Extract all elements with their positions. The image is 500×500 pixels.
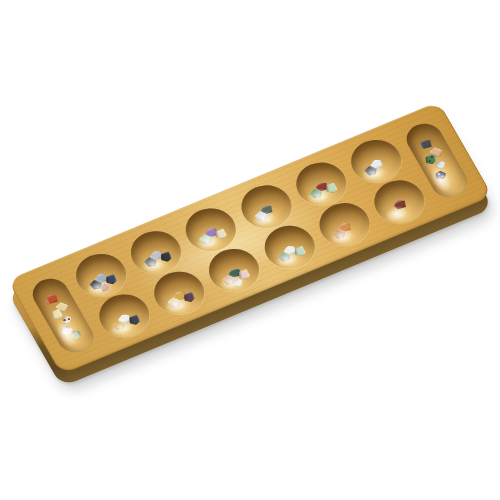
mancala-board (7, 101, 493, 375)
gemstone (325, 182, 338, 194)
gemstone (435, 170, 447, 179)
gemstone (215, 228, 228, 240)
pit-grid (65, 131, 434, 345)
gemstone (70, 329, 83, 340)
gemstone (44, 293, 61, 306)
gemstone (238, 268, 251, 280)
gemstone (418, 138, 435, 151)
product-photo-scene (0, 36, 500, 461)
gemstone (159, 250, 172, 262)
gemstone (392, 198, 409, 211)
gemstone (61, 325, 73, 334)
gemstone (183, 291, 196, 303)
